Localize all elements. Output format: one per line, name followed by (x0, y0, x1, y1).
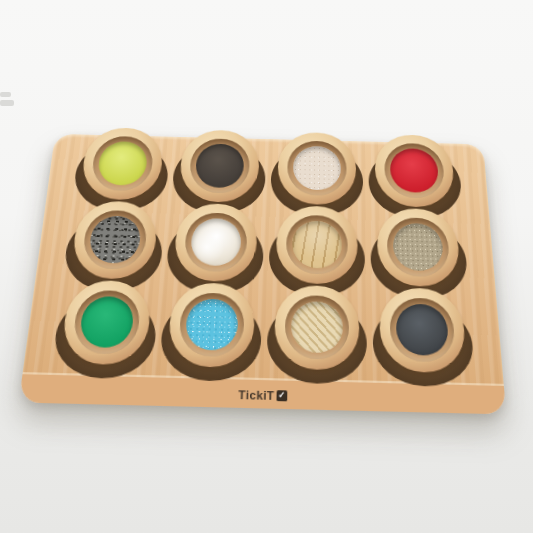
cell-r3c3 (263, 283, 370, 372)
cell-r1c3 (268, 131, 367, 207)
cell-r2c4 (366, 207, 471, 289)
texture-disc (292, 220, 342, 268)
cup-r2c1[interactable] (70, 200, 159, 279)
cell-r1c2 (169, 128, 270, 204)
cup-r2c2[interactable] (173, 203, 258, 282)
cup-r1c1[interactable] (79, 127, 164, 201)
texture-disc (293, 146, 341, 191)
cell-r2c1 (60, 199, 169, 281)
cup-r2c3[interactable] (276, 205, 359, 284)
brand-logo: TickiT✓ (238, 388, 287, 402)
cell-r2c3 (266, 204, 369, 286)
cup-r3c2[interactable] (167, 282, 256, 368)
cup-r3c1[interactable] (60, 280, 153, 366)
cell-r2c2 (163, 202, 268, 284)
texture-disc (291, 301, 343, 353)
sensory-board: TickiT✓ (19, 134, 507, 415)
cell-r1c4 (365, 133, 466, 209)
cell-r3c1 (49, 278, 163, 366)
cup-r1c4[interactable] (374, 134, 456, 208)
board-perspective-wrap: TickiT✓ (16, 120, 516, 450)
cup-r1c2[interactable] (178, 129, 260, 203)
cup-r1c3[interactable] (277, 132, 357, 206)
cup-r2c4[interactable] (376, 208, 461, 288)
cell-r3c4 (368, 286, 477, 375)
edge-watermark (0, 90, 18, 112)
brand-logo-text: TickiT (238, 388, 275, 402)
tick-box-icon: ✓ (277, 390, 288, 401)
texture-cup-grid (49, 126, 478, 375)
product-photo-stage: TickiT✓ (0, 0, 533, 533)
cell-r3c2 (156, 281, 265, 369)
cup-r3c3[interactable] (274, 285, 360, 371)
cell-r1c1 (70, 126, 174, 202)
cup-r3c4[interactable] (379, 287, 468, 373)
